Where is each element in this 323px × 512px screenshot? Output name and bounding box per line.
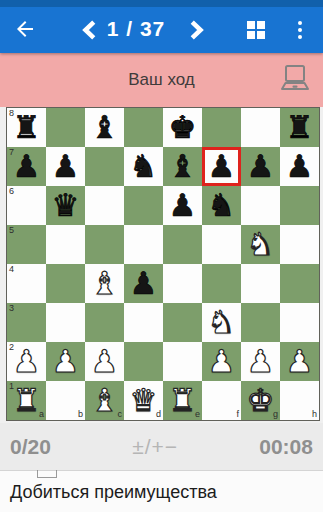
square-h1[interactable]: h	[280, 381, 319, 420]
square-g2[interactable]: ♟	[241, 342, 280, 381]
move-status-bar: Ваш ход	[0, 53, 323, 107]
square-a8[interactable]: 8♜	[7, 108, 46, 147]
white-knight-g5: ♞	[247, 229, 275, 260]
black-pawn-d4: ♟	[130, 268, 158, 299]
square-b7[interactable]: ♟	[46, 147, 85, 186]
white-rook-a1: ♜	[13, 385, 41, 416]
task-title: Добиться преимущества	[10, 481, 217, 502]
next-puzzle-button[interactable]	[184, 19, 206, 41]
square-f2[interactable]: ♟	[202, 342, 241, 381]
black-pawn-f7: ♟	[208, 151, 236, 182]
square-a1[interactable]: 1a♜	[7, 381, 46, 420]
black-king-e8: ♚	[169, 112, 197, 143]
square-g4[interactable]	[241, 264, 280, 303]
move-status-text: Ваш ход	[128, 70, 194, 90]
square-g5[interactable]: ♞	[241, 225, 280, 264]
file-label-g: g	[273, 410, 278, 419]
square-b3[interactable]	[46, 303, 85, 342]
black-pawn-g7: ♟	[247, 151, 275, 182]
square-c1[interactable]: c♝	[85, 381, 124, 420]
black-pawn-e6: ♟	[169, 190, 197, 221]
square-b1[interactable]: b	[46, 381, 85, 420]
square-e3[interactable]	[163, 303, 202, 342]
square-c6[interactable]	[85, 186, 124, 225]
square-d4[interactable]: ♟	[124, 264, 163, 303]
square-h4[interactable]	[280, 264, 319, 303]
square-a6[interactable]: 6	[7, 186, 46, 225]
grid-view-icon[interactable]	[247, 21, 265, 39]
square-f7[interactable]: ♟	[202, 147, 241, 186]
square-a4[interactable]: 4	[7, 264, 46, 303]
file-label-c: c	[118, 410, 123, 419]
white-pawn-h2: ♟	[286, 346, 314, 377]
rank-label-1: 1	[9, 382, 14, 391]
rank-label-8: 8	[9, 109, 14, 118]
computer-laptop-icon[interactable]	[278, 64, 312, 94]
square-g8[interactable]	[241, 108, 280, 147]
square-f3[interactable]: ♞	[202, 303, 241, 342]
square-g1[interactable]: g♚	[241, 381, 280, 420]
square-c3[interactable]	[85, 303, 124, 342]
panel-handle	[37, 470, 57, 478]
rank-label-4: 4	[9, 265, 14, 274]
white-pawn-g2: ♟	[247, 346, 275, 377]
square-h5[interactable]	[280, 225, 319, 264]
score-counter: 0/20	[10, 435, 51, 459]
puzzle-counter: 1 / 37	[100, 17, 172, 41]
square-a5[interactable]: 5	[7, 225, 46, 264]
square-e1[interactable]: e♜	[163, 381, 202, 420]
black-pawn-a7: ♟	[13, 151, 41, 182]
white-pawn-b2: ♟	[52, 346, 80, 377]
square-b4[interactable]	[46, 264, 85, 303]
square-e4[interactable]	[163, 264, 202, 303]
black-bishop-c8: ♝	[91, 112, 119, 143]
black-pawn-b7: ♟	[52, 151, 80, 182]
square-d2[interactable]	[124, 342, 163, 381]
square-f4[interactable]	[202, 264, 241, 303]
file-label-f: f	[236, 410, 239, 419]
square-f6[interactable]: ♞	[202, 186, 241, 225]
square-h6[interactable]	[280, 186, 319, 225]
board-area: 8♜♝♚♜7♟♟♞♝♟♟♟6♛♟♞5♞4♝♟3♞2♟♟♟♟♟♟1a♜bc♝d♛e…	[0, 107, 323, 423]
white-pawn-c2: ♟	[91, 346, 119, 377]
overflow-menu-icon[interactable]	[293, 19, 307, 41]
square-d1[interactable]: d♛	[124, 381, 163, 420]
file-label-e: e	[195, 410, 200, 419]
square-d3[interactable]	[124, 303, 163, 342]
black-queen-b6: ♛	[52, 190, 80, 221]
file-label-a: a	[39, 410, 44, 419]
previous-puzzle-button[interactable]	[80, 19, 102, 41]
white-pawn-a2: ♟	[13, 346, 41, 377]
file-label-d: d	[156, 410, 161, 419]
square-h3[interactable]	[280, 303, 319, 342]
rank-label-7: 7	[9, 148, 14, 157]
square-c4[interactable]: ♝	[85, 264, 124, 303]
rank-label-6: 6	[9, 187, 14, 196]
black-bishop-e7: ♝	[169, 151, 197, 182]
square-f5[interactable]	[202, 225, 241, 264]
square-e2[interactable]	[163, 342, 202, 381]
square-d5[interactable]	[124, 225, 163, 264]
square-c8[interactable]: ♝	[85, 108, 124, 147]
square-f1[interactable]: f	[202, 381, 241, 420]
black-pawn-h7: ♟	[286, 151, 314, 182]
square-d6[interactable]	[124, 186, 163, 225]
square-f8[interactable]	[202, 108, 241, 147]
white-knight-f3: ♞	[208, 307, 236, 338]
square-d7[interactable]: ♞	[124, 147, 163, 186]
result-bar: 0/20 ±/+− 00:08	[0, 423, 323, 470]
square-c5[interactable]	[85, 225, 124, 264]
evaluation-hint[interactable]: ±/+−	[132, 435, 178, 459]
square-b8[interactable]	[46, 108, 85, 147]
square-a7[interactable]: 7♟	[7, 147, 46, 186]
square-d8[interactable]	[124, 108, 163, 147]
square-c2[interactable]: ♟	[85, 342, 124, 381]
timer: 00:08	[259, 435, 313, 459]
square-c7[interactable]	[85, 147, 124, 186]
square-h7[interactable]: ♟	[280, 147, 319, 186]
square-b6[interactable]: ♛	[46, 186, 85, 225]
black-rook-a8: ♜	[13, 112, 41, 143]
square-b2[interactable]: ♟	[46, 342, 85, 381]
black-rook-h8: ♜	[286, 112, 314, 143]
square-g7[interactable]: ♟	[241, 147, 280, 186]
square-h2[interactable]: ♟	[280, 342, 319, 381]
square-e7[interactable]: ♝	[163, 147, 202, 186]
square-g6[interactable]	[241, 186, 280, 225]
square-g3[interactable]	[241, 303, 280, 342]
white-queen-d1: ♛	[130, 385, 158, 416]
black-knight-d7: ♞	[130, 151, 158, 182]
back-button[interactable]	[13, 17, 37, 41]
square-b5[interactable]	[46, 225, 85, 264]
white-rook-e1: ♜	[169, 385, 197, 416]
square-a3[interactable]: 3	[7, 303, 46, 342]
white-king-g1: ♚	[247, 385, 275, 416]
black-knight-f6: ♞	[208, 190, 236, 221]
top-app-bar: 1 / 37	[0, 0, 323, 53]
chess-board: 8♜♝♚♜7♟♟♞♝♟♟♟6♛♟♞5♞4♝♟3♞2♟♟♟♟♟♟1a♜bc♝d♛e…	[7, 108, 319, 420]
white-pawn-f2: ♟	[208, 346, 236, 377]
square-e8[interactable]: ♚	[163, 108, 202, 147]
white-bishop-c4: ♝	[91, 268, 119, 299]
task-panel[interactable]: Добиться преимущества	[0, 470, 323, 512]
status-bar	[0, 0, 323, 7]
rank-label-5: 5	[9, 226, 14, 235]
file-label-h: h	[312, 410, 317, 419]
square-h8[interactable]: ♜	[280, 108, 319, 147]
rank-label-3: 3	[9, 304, 14, 313]
file-label-b: b	[78, 410, 83, 419]
rank-label-2: 2	[9, 343, 14, 352]
square-a2[interactable]: 2♟	[7, 342, 46, 381]
white-bishop-c1: ♝	[91, 385, 119, 416]
square-e5[interactable]	[163, 225, 202, 264]
square-e6[interactable]: ♟	[163, 186, 202, 225]
